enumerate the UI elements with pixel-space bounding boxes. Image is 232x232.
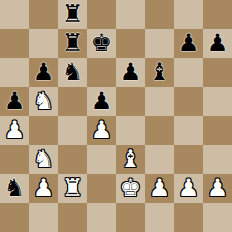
black-pawn-icon: ♟ (91, 87, 113, 116)
square-d1[interactable] (87, 203, 116, 232)
square-b4[interactable] (29, 116, 58, 145)
square-d7[interactable]: ♚ (87, 29, 116, 58)
white-pawn-icon: ♟ (149, 174, 171, 203)
square-b2[interactable]: ♟ (29, 174, 58, 203)
square-g3[interactable] (174, 145, 203, 174)
square-a2[interactable]: ♞ (0, 174, 29, 203)
square-d8[interactable] (87, 0, 116, 29)
square-e1[interactable] (116, 203, 145, 232)
square-g4[interactable] (174, 116, 203, 145)
square-g7[interactable]: ♟ (174, 29, 203, 58)
square-c6[interactable]: ♞ (58, 58, 87, 87)
square-c7[interactable]: ♜ (58, 29, 87, 58)
square-h4[interactable] (203, 116, 232, 145)
square-e7[interactable] (116, 29, 145, 58)
white-pawn-icon: ♟ (33, 174, 55, 203)
square-f5[interactable] (145, 87, 174, 116)
square-h7[interactable]: ♟ (203, 29, 232, 58)
black-king-icon: ♚ (91, 29, 113, 58)
square-d3[interactable] (87, 145, 116, 174)
white-knight-icon: ♞ (33, 145, 55, 174)
square-g2[interactable]: ♟ (174, 174, 203, 203)
white-king-icon: ♚ (120, 174, 142, 203)
square-b8[interactable] (29, 0, 58, 29)
white-pawn-icon: ♟ (207, 174, 229, 203)
square-e3[interactable]: ♝ (116, 145, 145, 174)
black-pawn-icon: ♟ (4, 87, 26, 116)
white-pawn-icon: ♟ (4, 116, 26, 145)
black-knight-icon: ♞ (4, 174, 26, 203)
white-rook-icon: ♜ (62, 174, 84, 203)
black-rook-icon: ♜ (62, 0, 84, 29)
white-pawn-icon: ♟ (91, 116, 113, 145)
square-a7[interactable] (0, 29, 29, 58)
square-d5[interactable]: ♟ (87, 87, 116, 116)
white-pawn-icon: ♟ (178, 174, 200, 203)
square-h2[interactable]: ♟ (203, 174, 232, 203)
square-g8[interactable] (174, 0, 203, 29)
square-b5[interactable]: ♞ (29, 87, 58, 116)
square-c4[interactable] (58, 116, 87, 145)
square-f3[interactable] (145, 145, 174, 174)
square-b6[interactable]: ♟ (29, 58, 58, 87)
black-knight-icon: ♞ (62, 58, 84, 87)
square-f8[interactable] (145, 0, 174, 29)
square-e4[interactable] (116, 116, 145, 145)
square-e5[interactable] (116, 87, 145, 116)
square-h1[interactable] (203, 203, 232, 232)
square-e6[interactable]: ♟ (116, 58, 145, 87)
square-f4[interactable] (145, 116, 174, 145)
square-e2[interactable]: ♚ (116, 174, 145, 203)
square-a4[interactable]: ♟ (0, 116, 29, 145)
square-f6[interactable]: ♝ (145, 58, 174, 87)
black-pawn-icon: ♟ (178, 29, 200, 58)
black-rook-icon: ♜ (62, 29, 84, 58)
square-h8[interactable] (203, 0, 232, 29)
square-f1[interactable] (145, 203, 174, 232)
square-c2[interactable]: ♜ (58, 174, 87, 203)
square-a1[interactable] (0, 203, 29, 232)
square-a3[interactable] (0, 145, 29, 174)
black-pawn-icon: ♟ (207, 29, 229, 58)
chess-board: ♜♜♚♟♟♟♞♟♝♟♞♟♟♟♞♝♞♟♜♚♟♟♟ (0, 0, 232, 232)
square-d2[interactable] (87, 174, 116, 203)
white-bishop-icon: ♝ (120, 145, 142, 174)
black-pawn-icon: ♟ (33, 58, 55, 87)
square-f7[interactable] (145, 29, 174, 58)
square-g6[interactable] (174, 58, 203, 87)
square-g5[interactable] (174, 87, 203, 116)
square-b1[interactable] (29, 203, 58, 232)
square-b7[interactable] (29, 29, 58, 58)
black-bishop-icon: ♝ (149, 58, 171, 87)
square-e8[interactable] (116, 0, 145, 29)
square-d6[interactable] (87, 58, 116, 87)
square-c5[interactable] (58, 87, 87, 116)
square-c1[interactable] (58, 203, 87, 232)
black-pawn-icon: ♟ (120, 58, 142, 87)
square-d4[interactable]: ♟ (87, 116, 116, 145)
square-b3[interactable]: ♞ (29, 145, 58, 174)
square-a5[interactable]: ♟ (0, 87, 29, 116)
square-h6[interactable] (203, 58, 232, 87)
square-h3[interactable] (203, 145, 232, 174)
square-a6[interactable] (0, 58, 29, 87)
square-c8[interactable]: ♜ (58, 0, 87, 29)
square-f2[interactable]: ♟ (145, 174, 174, 203)
square-c3[interactable] (58, 145, 87, 174)
white-knight-icon: ♞ (33, 87, 55, 116)
square-h5[interactable] (203, 87, 232, 116)
square-a8[interactable] (0, 0, 29, 29)
square-g1[interactable] (174, 203, 203, 232)
